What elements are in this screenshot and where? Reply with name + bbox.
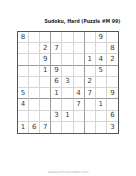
sudoku-cell-r6c2 <box>29 88 40 99</box>
sudoku-cell-r8c4: 3 <box>51 111 62 122</box>
sudoku-cell-r9c1: 1 <box>18 122 29 133</box>
sudoku-cell-r4c5 <box>62 66 73 77</box>
sudoku-cell-r4c9 <box>107 66 118 77</box>
sudoku-cell-r7c6: 7 <box>74 99 85 110</box>
sudoku-cell-r5c8 <box>96 77 107 88</box>
sudoku-cell-r7c9 <box>107 99 118 110</box>
sudoku-cell-r3c9: 2 <box>107 54 118 65</box>
sudoku-cell-r1c7 <box>85 32 96 43</box>
page-footer: www.printmysudoku.com <box>0 161 136 176</box>
sudoku-cell-r4c8: 5 <box>96 66 107 77</box>
sudoku-cell-r3c2 <box>29 54 40 65</box>
sudoku-cell-r9c9: 3 <box>107 122 118 133</box>
sudoku-cell-r3c3: 9 <box>40 54 51 65</box>
sudoku-cell-r6c1: 5 <box>18 88 29 99</box>
sudoku-cell-r7c3 <box>40 99 51 110</box>
sudoku-cell-r7c2 <box>29 99 40 110</box>
sudoku-cell-r5c5: 3 <box>62 77 73 88</box>
sudoku-cell-r3c1 <box>18 54 29 65</box>
sudoku-cell-r1c3 <box>40 32 51 43</box>
sudoku-cell-r3c5 <box>62 54 73 65</box>
sudoku-cell-r5c3 <box>40 77 51 88</box>
sudoku-cell-r9c3: 7 <box>40 122 51 133</box>
sudoku-cell-r1c5 <box>62 32 73 43</box>
sudoku-cell-r8c5: 1 <box>62 111 73 122</box>
sudoku-cell-r6c5 <box>62 88 73 99</box>
sudoku-cell-r7c5 <box>62 99 73 110</box>
sudoku-cell-r9c8 <box>96 122 107 133</box>
sudoku-cell-r9c5 <box>62 122 73 133</box>
sudoku-cell-r5c4: 6 <box>51 77 62 88</box>
sudoku-cell-r2c1 <box>18 43 29 54</box>
sudoku-cell-r6c9: 9 <box>107 88 118 99</box>
sudoku-cell-r9c7 <box>85 122 96 133</box>
sudoku-cell-r1c8: 9 <box>96 32 107 43</box>
sudoku-cell-r2c6 <box>74 43 85 54</box>
sudoku-cell-r5c9 <box>107 77 118 88</box>
sudoku-cell-r9c2: 6 <box>29 122 40 133</box>
sudoku-cell-r1c2 <box>29 32 40 43</box>
sudoku-cell-r2c9: 8 <box>107 43 118 54</box>
sudoku-cell-r2c2 <box>29 43 40 54</box>
sudoku-cell-r1c9 <box>107 32 118 43</box>
sudoku-cell-r5c2 <box>29 77 40 88</box>
puzzle-title: Sudoku, Hard (Puzzle #M 99) <box>44 19 120 24</box>
sudoku-cell-r7c8: 1 <box>96 99 107 110</box>
sudoku-cell-r6c3 <box>40 88 51 99</box>
sudoku-cell-r5c1 <box>18 77 29 88</box>
sudoku-cell-r1c6 <box>74 32 85 43</box>
footer-url: www.printmysudoku.com <box>48 170 89 174</box>
sudoku-cell-r1c4 <box>51 32 62 43</box>
sudoku-cell-r7c1: 4 <box>18 99 29 110</box>
sudoku-cell-r5c7: 2 <box>85 77 96 88</box>
sudoku-cell-r4c4: 9 <box>51 66 62 77</box>
sudoku-cell-r6c6: 4 <box>74 88 85 99</box>
sudoku-cell-r3c7: 1 <box>85 54 96 65</box>
page-header: Sudoku, Hard (Puzzle #M 99) <box>0 13 136 32</box>
sudoku-cell-r4c1 <box>18 66 29 77</box>
sudoku-cell-r8c1 <box>18 111 29 122</box>
sudoku-cell-r8c8 <box>96 111 107 122</box>
sudoku-cell-r6c4: 1 <box>51 88 62 99</box>
sudoku-cell-r4c3: 1 <box>40 66 51 77</box>
sudoku-cell-r6c8 <box>96 88 107 99</box>
sudoku-cell-r2c3: 2 <box>40 43 51 54</box>
sudoku-cell-r4c6 <box>74 66 85 77</box>
sudoku-cell-r4c7 <box>85 66 96 77</box>
sudoku-cell-r2c4: 7 <box>51 43 62 54</box>
sudoku-cell-r7c7 <box>85 99 96 110</box>
sudoku-cell-r3c8: 4 <box>96 54 107 65</box>
sudoku-cell-r8c2 <box>29 111 40 122</box>
sudoku-cell-r1c1: 8 <box>18 32 29 43</box>
sudoku-cell-r7c4 <box>51 99 62 110</box>
sudoku-cell-r4c2 <box>29 66 40 77</box>
sudoku-cell-r8c3 <box>40 111 51 122</box>
sudoku-cell-r3c4 <box>51 54 62 65</box>
sudoku-board: 892789142195632514794713161673 <box>17 31 119 134</box>
sudoku-cell-r8c9: 6 <box>107 111 118 122</box>
sudoku-cell-r2c7 <box>85 43 96 54</box>
sudoku-cell-r3c6 <box>74 54 85 65</box>
sudoku-cell-r9c4 <box>51 122 62 133</box>
sudoku-cell-r2c8 <box>96 43 107 54</box>
sudoku-cell-r9c6 <box>74 122 85 133</box>
sudoku-cell-r8c6 <box>74 111 85 122</box>
sudoku-cell-r6c7: 7 <box>85 88 96 99</box>
sudoku-cell-r8c7 <box>85 111 96 122</box>
sudoku-cell-r2c5 <box>62 43 73 54</box>
sudoku-cell-r5c6 <box>74 77 85 88</box>
